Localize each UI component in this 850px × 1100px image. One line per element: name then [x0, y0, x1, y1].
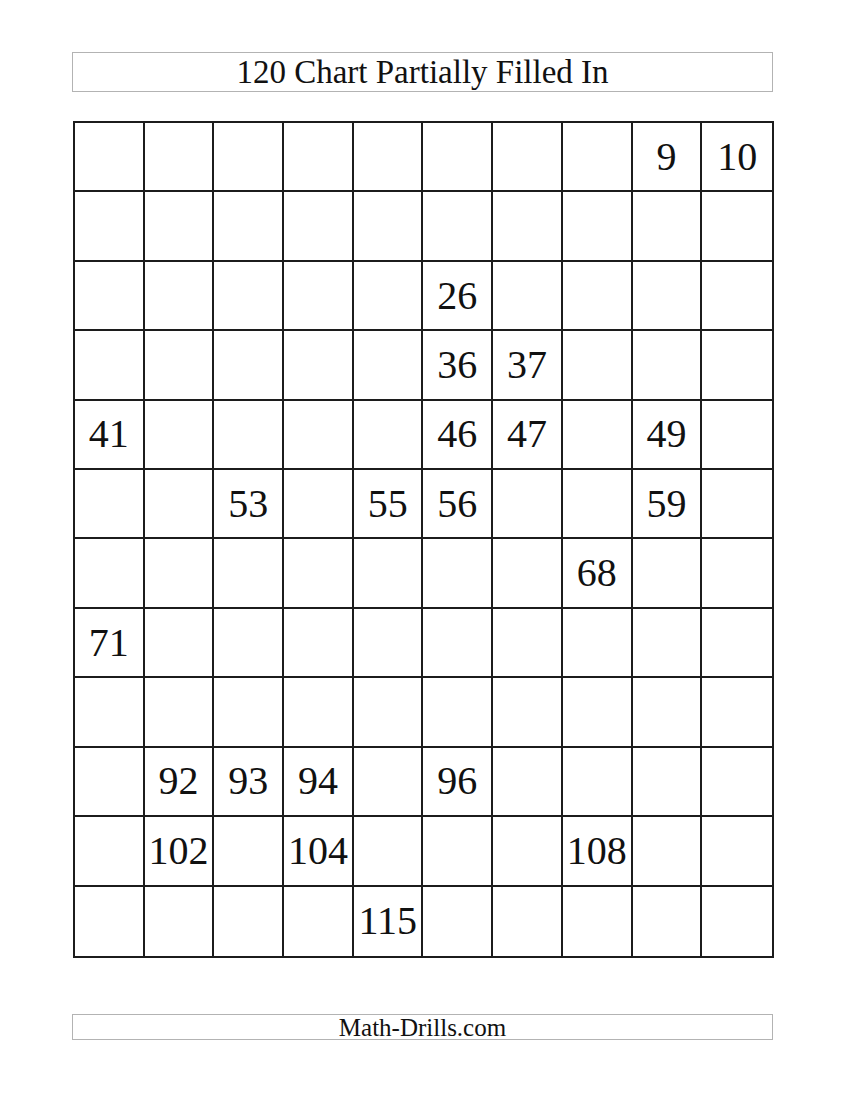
grid-cell-empty	[354, 401, 424, 470]
grid-cell-empty	[284, 470, 354, 539]
grid-cell-filled: 37	[493, 331, 563, 400]
grid-cell-empty	[354, 748, 424, 817]
grid-cell-empty	[633, 609, 703, 678]
grid-cell-empty	[354, 539, 424, 608]
grid-cell-empty	[145, 887, 215, 956]
grid-cell-empty	[493, 539, 563, 608]
grid-cell-filled: 115	[354, 887, 424, 956]
grid-cell-filled: 26	[423, 262, 493, 331]
grid-cell-empty	[354, 609, 424, 678]
grid-cell-empty	[145, 678, 215, 747]
grid-cell-empty	[633, 678, 703, 747]
grid-cell-empty	[284, 609, 354, 678]
grid-cell-empty	[493, 470, 563, 539]
grid-cell-empty	[284, 678, 354, 747]
grid-cell-empty	[214, 262, 284, 331]
grid-cell-filled: 49	[633, 401, 703, 470]
grid-cell-filled: 108	[563, 817, 633, 886]
grid-cell-empty	[423, 609, 493, 678]
grid-cell-empty	[633, 192, 703, 261]
grid-cell-empty	[354, 123, 424, 192]
grid-cell-empty	[493, 748, 563, 817]
grid-cell-empty	[563, 470, 633, 539]
site-credit: Math-Drills.com	[339, 1015, 506, 1040]
grid-cell-filled: 68	[563, 539, 633, 608]
grid-cell-empty	[563, 887, 633, 956]
grid-cell-empty	[214, 331, 284, 400]
grid-cell-empty	[145, 331, 215, 400]
grid-cell-empty	[633, 817, 703, 886]
footer-box: Math-Drills.com	[72, 1014, 773, 1040]
grid-cell-empty	[284, 262, 354, 331]
grid-cell-empty	[702, 262, 772, 331]
grid-cell-empty	[633, 748, 703, 817]
number-grid: 9102636374146474953555659687192939496102…	[73, 121, 774, 958]
grid-cell-filled: 94	[284, 748, 354, 817]
grid-cell-empty	[633, 539, 703, 608]
grid-cell-filled: 96	[423, 748, 493, 817]
grid-cell-empty	[75, 748, 145, 817]
grid-cell-empty	[284, 331, 354, 400]
grid-cell-empty	[145, 539, 215, 608]
grid-cell-empty	[145, 192, 215, 261]
grid-cell-empty	[633, 887, 703, 956]
grid-cell-empty	[354, 192, 424, 261]
grid-cell-filled: 92	[145, 748, 215, 817]
grid-cell-empty	[75, 470, 145, 539]
grid-cell-empty	[214, 817, 284, 886]
grid-cell-empty	[702, 678, 772, 747]
grid-cell-empty	[563, 401, 633, 470]
grid-cell-filled: 56	[423, 470, 493, 539]
grid-cell-empty	[75, 678, 145, 747]
grid-cell-empty	[563, 678, 633, 747]
grid-cell-empty	[284, 192, 354, 261]
grid-cell-empty	[563, 192, 633, 261]
grid-cell-empty	[354, 817, 424, 886]
grid-cell-empty	[493, 123, 563, 192]
grid-cell-filled: 104	[284, 817, 354, 886]
grid-cell-empty	[702, 192, 772, 261]
grid-cell-empty	[702, 539, 772, 608]
grid-cell-empty	[563, 331, 633, 400]
grid-cell-filled: 102	[145, 817, 215, 886]
grid-cell-filled: 10	[702, 123, 772, 192]
grid-cell-empty	[75, 262, 145, 331]
grid-cell-empty	[423, 678, 493, 747]
grid-cell-empty	[214, 192, 284, 261]
grid-cell-filled: 71	[75, 609, 145, 678]
grid-cell-empty	[423, 887, 493, 956]
grid-cell-empty	[423, 123, 493, 192]
grid-cell-empty	[75, 331, 145, 400]
grid-cell-filled: 9	[633, 123, 703, 192]
grid-cell-empty	[423, 192, 493, 261]
grid-cell-filled: 47	[493, 401, 563, 470]
grid-cell-empty	[702, 817, 772, 886]
grid-cell-filled: 55	[354, 470, 424, 539]
grid-cell-empty	[423, 817, 493, 886]
grid-cell-empty	[75, 539, 145, 608]
grid-cell-empty	[145, 123, 215, 192]
grid-cell-empty	[75, 887, 145, 956]
grid-cell-empty	[75, 817, 145, 886]
grid-cell-empty	[563, 123, 633, 192]
grid-cell-empty	[493, 609, 563, 678]
grid-cell-empty	[214, 678, 284, 747]
grid-cell-empty	[214, 887, 284, 956]
grid-cell-empty	[145, 401, 215, 470]
grid-cell-empty	[75, 123, 145, 192]
grid-cell-empty	[214, 609, 284, 678]
grid-cell-empty	[702, 748, 772, 817]
grid-cell-filled: 41	[75, 401, 145, 470]
page-title: 120 Chart Partially Filled In	[236, 56, 608, 89]
grid-cell-filled: 53	[214, 470, 284, 539]
grid-cell-empty	[633, 262, 703, 331]
grid-cell-empty	[423, 539, 493, 608]
grid-cell-empty	[493, 192, 563, 261]
grid-cell-empty	[145, 262, 215, 331]
grid-cell-filled: 36	[423, 331, 493, 400]
title-box: 120 Chart Partially Filled In	[72, 52, 773, 92]
grid-cell-empty	[493, 887, 563, 956]
grid-cell-empty	[145, 470, 215, 539]
grid-cell-empty	[354, 331, 424, 400]
grid-cell-empty	[493, 678, 563, 747]
grid-cell-empty	[563, 262, 633, 331]
grid-cell-empty	[284, 539, 354, 608]
grid-cell-empty	[702, 331, 772, 400]
grid-cell-filled: 46	[423, 401, 493, 470]
grid-cell-empty	[145, 609, 215, 678]
grid-cell-empty	[214, 539, 284, 608]
grid-cell-empty	[354, 262, 424, 331]
grid-cell-filled: 93	[214, 748, 284, 817]
grid-cell-empty	[354, 678, 424, 747]
grid-cell-empty	[284, 123, 354, 192]
grid-cell-empty	[633, 331, 703, 400]
grid-cell-empty	[702, 470, 772, 539]
grid-cell-empty	[702, 401, 772, 470]
grid-cell-empty	[284, 887, 354, 956]
grid-cell-empty	[563, 609, 633, 678]
grid-cell-empty	[214, 401, 284, 470]
grid-cell-empty	[493, 817, 563, 886]
grid-cell-empty	[284, 401, 354, 470]
grid-cell-empty	[563, 748, 633, 817]
grid-cell-empty	[702, 887, 772, 956]
grid-cell-empty	[702, 609, 772, 678]
grid-cell-empty	[493, 262, 563, 331]
grid-cell-empty	[214, 123, 284, 192]
grid-cell-filled: 59	[633, 470, 703, 539]
worksheet-page: 120 Chart Partially Filled In 9102636374…	[0, 0, 850, 1100]
grid-cell-empty	[75, 192, 145, 261]
